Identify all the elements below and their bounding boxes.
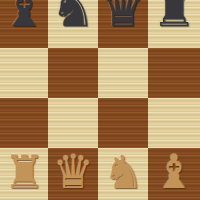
square-r4c3[interactable]: ♞ [98, 148, 148, 200]
white-queen: ♛ [48, 144, 98, 200]
black-rook: ♜ [148, 0, 200, 35]
square-r2c3[interactable] [98, 48, 148, 98]
square-r3c2[interactable] [48, 98, 98, 148]
square-r2c1[interactable] [0, 48, 48, 98]
black-knight: ♞ [48, 0, 98, 35]
square-r1c1[interactable]: ♝ [0, 0, 48, 48]
black-bishop: ♝ [0, 0, 48, 35]
black-queen: ♛ [98, 0, 148, 35]
square-r1c2[interactable]: ♞ [48, 0, 98, 48]
square-r1c4[interactable]: ♜ [148, 0, 200, 48]
square-r4c4[interactable]: ♝ [148, 148, 200, 200]
square-r3c1[interactable] [0, 98, 48, 148]
square-r3c3[interactable] [98, 98, 148, 148]
square-r4c2[interactable]: ♛ [48, 148, 98, 200]
square-r4c1[interactable]: ♜ [0, 148, 48, 200]
square-r1c3[interactable]: ♛ [98, 0, 148, 48]
white-bishop: ♝ [148, 144, 200, 200]
square-r3c4[interactable] [148, 98, 200, 148]
chess-board: ♝ ♞ ♛ ♜ ♜ ♛ ♞ ♝ [0, 0, 200, 200]
square-r2c4[interactable] [148, 48, 200, 98]
square-r2c2[interactable] [48, 48, 98, 98]
white-knight: ♞ [98, 144, 148, 200]
white-rook: ♜ [0, 144, 48, 200]
